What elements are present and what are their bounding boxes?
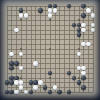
white-stone [24, 13, 29, 18]
black-stone [81, 85, 86, 90]
black-stone [48, 90, 53, 95]
white-stone [9, 52, 14, 57]
white-stone [24, 90, 29, 95]
grid-line-horizontal [7, 63, 93, 64]
white-stone [91, 13, 96, 18]
star-point [78, 77, 80, 79]
white-stone [86, 42, 91, 47]
black-stone [81, 4, 86, 9]
black-stone [57, 90, 62, 95]
white-stone [53, 8, 58, 13]
grid-line-vertical [55, 6, 56, 92]
black-stone [77, 80, 82, 85]
white-stone [19, 52, 24, 57]
white-stone [53, 85, 58, 90]
white-stone [81, 23, 86, 28]
star-point [49, 77, 51, 79]
white-stone [81, 66, 86, 71]
white-stone [19, 66, 24, 71]
star-point [20, 77, 22, 79]
white-stone [19, 13, 24, 18]
grid-line-vertical [59, 6, 60, 92]
star-point [49, 48, 51, 50]
white-stone [81, 28, 86, 33]
black-stone [43, 85, 48, 90]
star-point [78, 48, 80, 50]
grid-line-vertical [69, 6, 70, 92]
white-stone [77, 52, 82, 57]
black-stone [29, 90, 34, 95]
star-point [78, 19, 80, 21]
black-stone [67, 71, 72, 76]
black-stone [72, 23, 77, 28]
black-stone [67, 90, 72, 95]
white-stone [14, 80, 19, 85]
black-stone [38, 8, 43, 13]
white-stone [86, 8, 91, 13]
black-stone [81, 76, 86, 81]
white-stone [33, 61, 38, 66]
go-board-photo [0, 0, 100, 100]
black-stone [48, 71, 53, 76]
grid-line-horizontal [7, 58, 93, 59]
black-stone [72, 76, 77, 81]
black-stone [77, 32, 82, 37]
star-point [20, 19, 22, 21]
white-stone [19, 85, 24, 90]
grid-line-vertical [64, 6, 65, 92]
white-stone [14, 90, 19, 95]
white-stone [14, 28, 19, 33]
grid-line-vertical [88, 6, 89, 92]
black-stone [81, 13, 86, 18]
white-stone [33, 85, 38, 90]
white-stone [38, 80, 43, 85]
star-point [49, 19, 51, 21]
screenshot-frame [0, 0, 100, 100]
white-stone [91, 23, 96, 28]
white-stone [48, 13, 53, 18]
white-stone [81, 71, 86, 76]
grid-line-vertical [93, 6, 94, 92]
white-stone [91, 28, 96, 33]
black-stone [14, 61, 19, 66]
black-stone [67, 4, 72, 9]
black-stone [9, 66, 14, 71]
star-point [20, 48, 22, 50]
